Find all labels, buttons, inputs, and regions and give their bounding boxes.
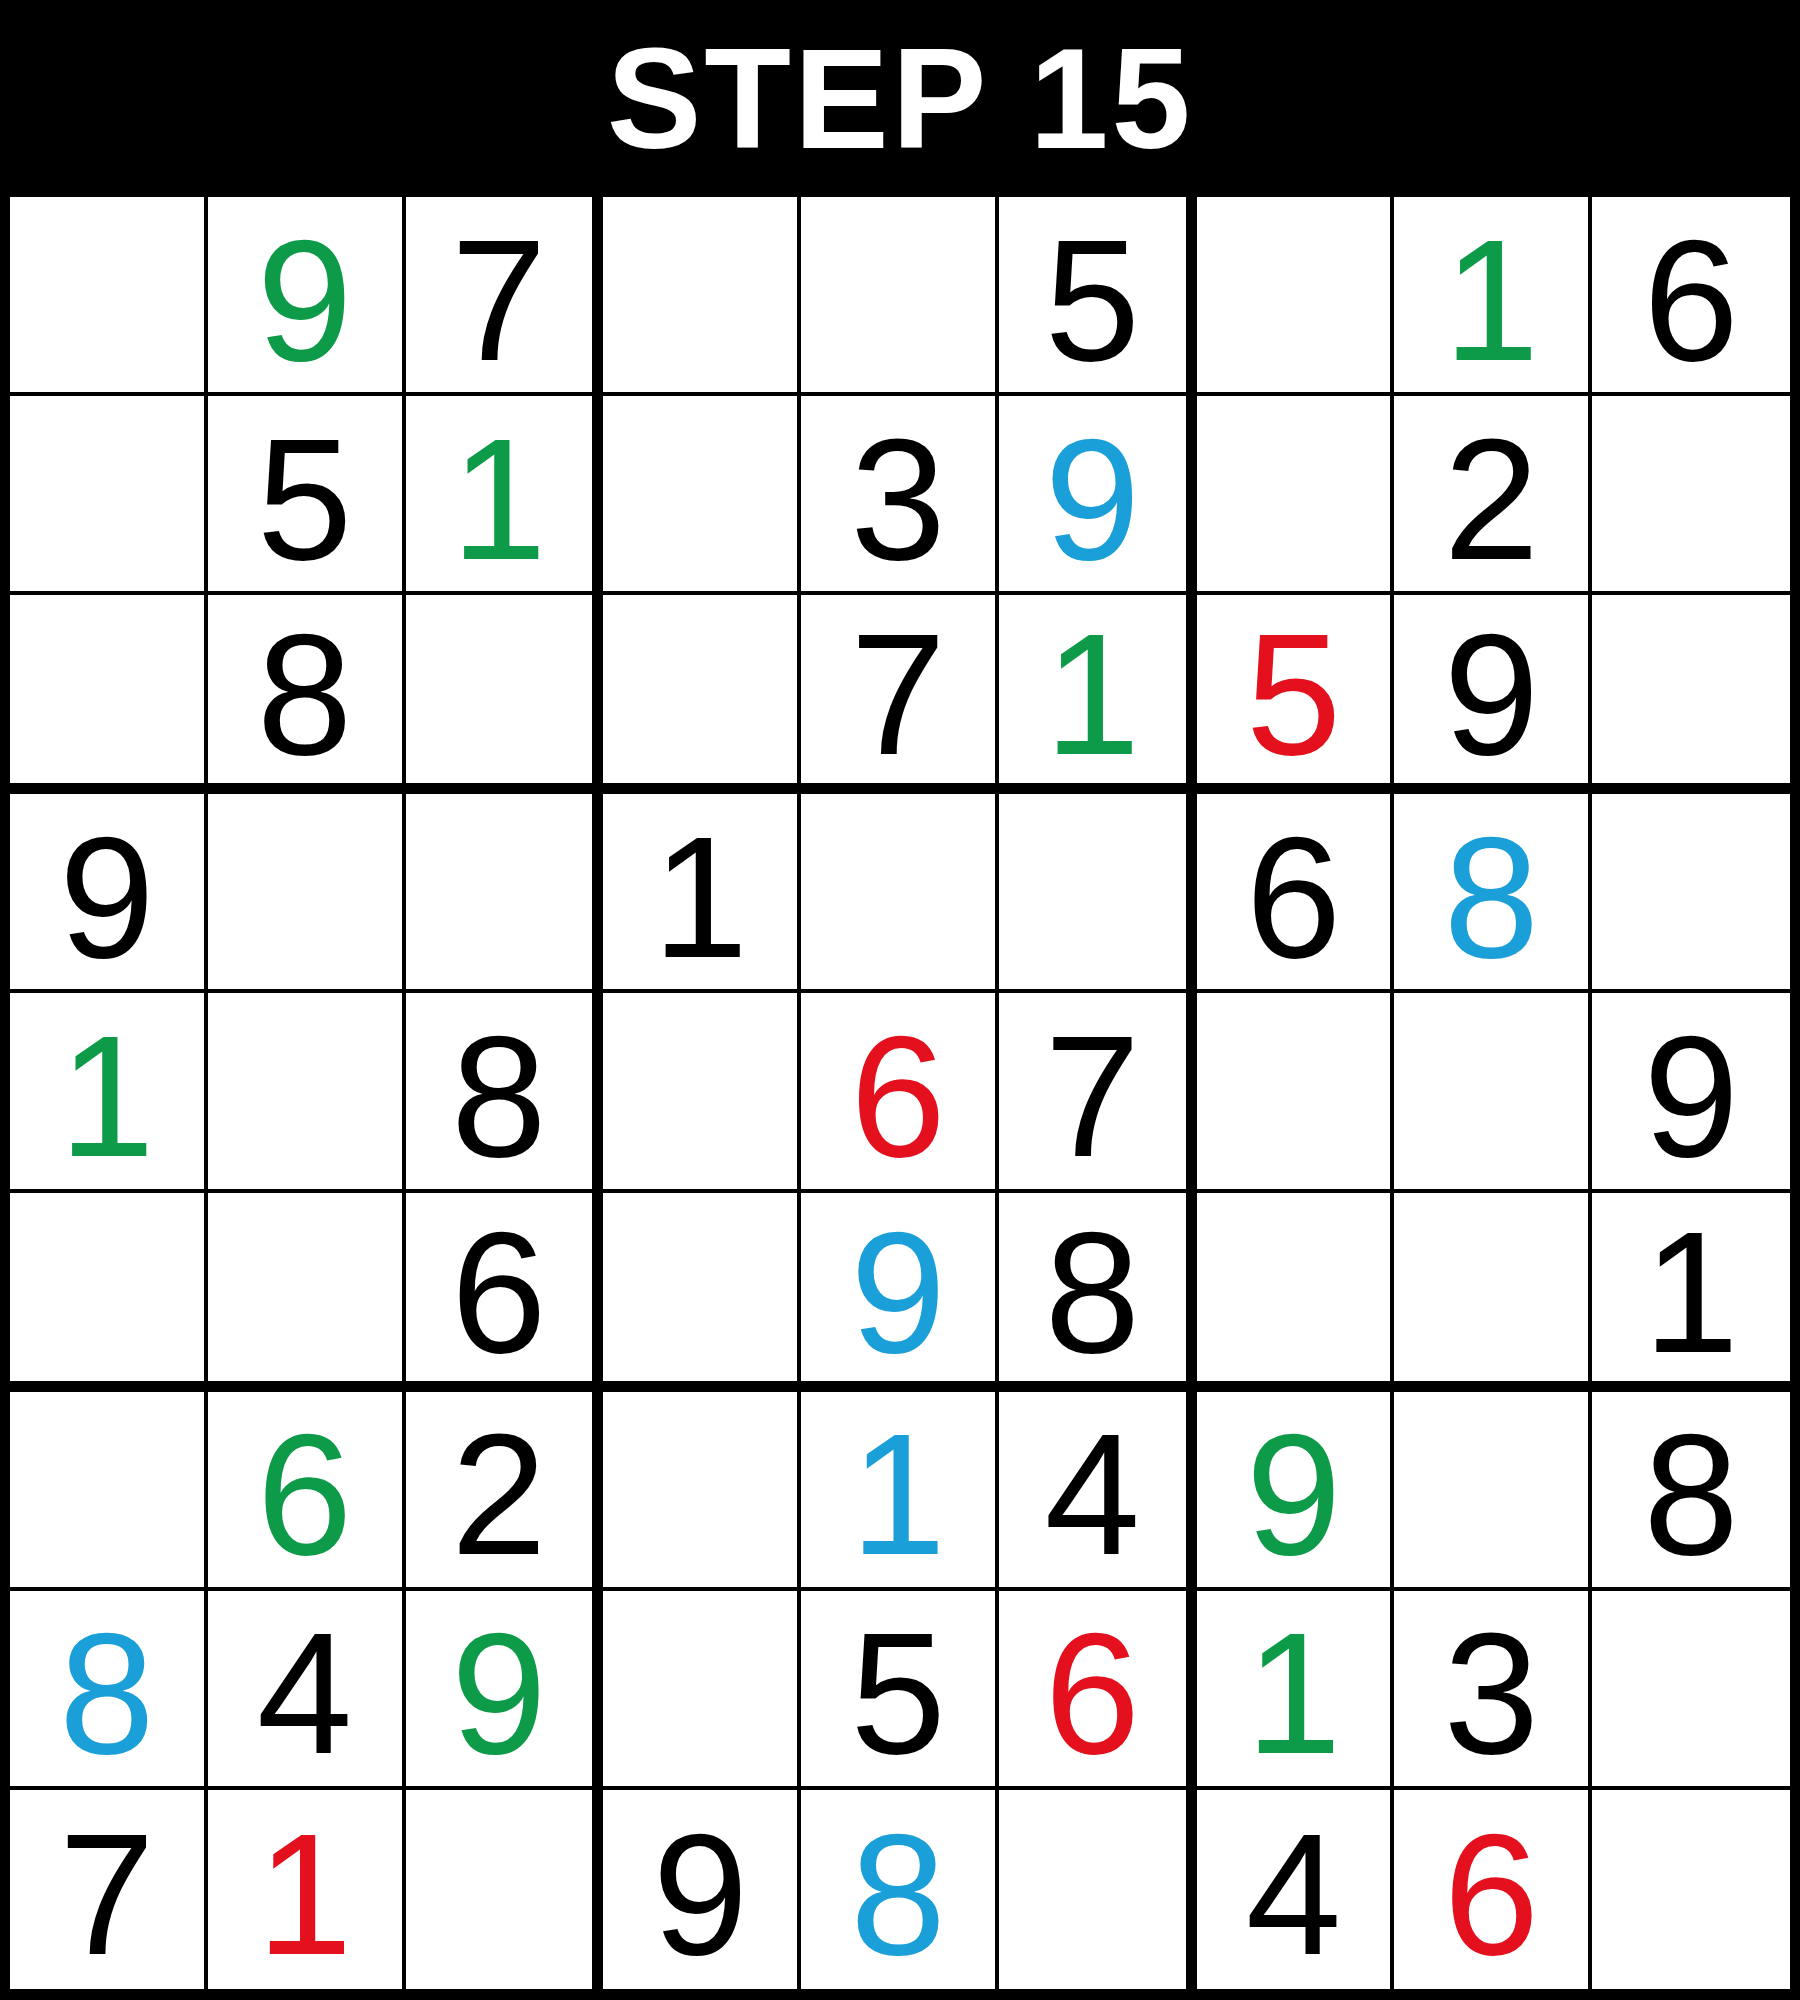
cell-r6c2[interactable] [208, 1193, 406, 1392]
cell-r8c7[interactable]: 1 [1197, 1591, 1395, 1790]
cell-r7c9[interactable]: 8 [1592, 1392, 1790, 1591]
cell-r3c9[interactable] [1592, 595, 1790, 794]
cell-r1c1[interactable] [10, 197, 208, 396]
cell-r7c5[interactable]: 1 [801, 1392, 999, 1591]
cell-r8c4[interactable] [603, 1591, 801, 1790]
cell-r8c9[interactable] [1592, 1591, 1790, 1790]
cell-r9c7[interactable]: 4 [1197, 1790, 1395, 1989]
cell-r7c7[interactable]: 9 [1197, 1392, 1395, 1591]
cell-r5c9[interactable]: 9 [1592, 993, 1790, 1192]
title-bar: STEP 15 [0, 0, 1800, 197]
cell-r6c6[interactable]: 8 [999, 1193, 1197, 1392]
cell-r1c6[interactable]: 5 [999, 197, 1197, 396]
cell-r3c3[interactable] [406, 595, 604, 794]
cell-r1c2[interactable]: 9 [208, 197, 406, 396]
cell-r4c9[interactable] [1592, 794, 1790, 993]
cell-r3c1[interactable] [10, 595, 208, 794]
cell-r2c9[interactable] [1592, 396, 1790, 595]
cell-r3c6[interactable]: 1 [999, 595, 1197, 794]
cell-r3c2[interactable]: 8 [208, 595, 406, 794]
cell-r2c7[interactable] [1197, 396, 1395, 595]
cell-r5c2[interactable] [208, 993, 406, 1192]
cell-r7c6[interactable]: 4 [999, 1392, 1197, 1591]
cell-r4c3[interactable] [406, 794, 604, 993]
cell-r2c4[interactable] [603, 396, 801, 595]
cell-r1c9[interactable]: 6 [1592, 197, 1790, 396]
cell-r5c7[interactable] [1197, 993, 1395, 1192]
cell-r4c7[interactable]: 6 [1197, 794, 1395, 993]
cell-r1c8[interactable]: 1 [1394, 197, 1592, 396]
cell-r4c8[interactable]: 8 [1394, 794, 1592, 993]
cell-r1c3[interactable]: 7 [406, 197, 604, 396]
cell-r5c3[interactable]: 8 [406, 993, 604, 1192]
page-title: STEP 15 [607, 28, 1194, 170]
cell-r5c5[interactable]: 6 [801, 993, 999, 1192]
cell-r6c4[interactable] [603, 1193, 801, 1392]
cell-r8c3[interactable]: 9 [406, 1591, 604, 1790]
cell-r6c5[interactable]: 9 [801, 1193, 999, 1392]
cell-r6c7[interactable] [1197, 1193, 1395, 1392]
cell-r6c1[interactable] [10, 1193, 208, 1392]
cell-r8c2[interactable]: 4 [208, 1591, 406, 1790]
cell-r2c2[interactable]: 5 [208, 396, 406, 595]
cell-r9c2[interactable]: 1 [208, 1790, 406, 1989]
cell-r2c8[interactable]: 2 [1394, 396, 1592, 595]
cell-r4c1[interactable]: 9 [10, 794, 208, 993]
cell-r6c9[interactable]: 1 [1592, 1193, 1790, 1392]
cell-r7c4[interactable] [603, 1392, 801, 1591]
cell-r3c7[interactable]: 5 [1197, 595, 1395, 794]
cell-r3c4[interactable] [603, 595, 801, 794]
cell-r7c2[interactable]: 6 [208, 1392, 406, 1591]
cell-r1c7[interactable] [1197, 197, 1395, 396]
cell-r1c4[interactable] [603, 197, 801, 396]
cell-r4c4[interactable]: 1 [603, 794, 801, 993]
cell-r7c1[interactable] [10, 1392, 208, 1591]
cell-r9c8[interactable]: 6 [1394, 1790, 1592, 1989]
cell-r3c8[interactable]: 9 [1394, 595, 1592, 794]
cell-r5c4[interactable] [603, 993, 801, 1192]
cell-r9c1[interactable]: 7 [10, 1790, 208, 1989]
cell-r8c8[interactable]: 3 [1394, 1591, 1592, 1790]
sudoku-page: STEP 15 97516513928715991681867969816214… [0, 0, 1800, 2000]
cell-r2c5[interactable]: 3 [801, 396, 999, 595]
cell-r4c6[interactable] [999, 794, 1197, 993]
cell-r5c1[interactable]: 1 [10, 993, 208, 1192]
cell-r3c5[interactable]: 7 [801, 595, 999, 794]
cell-r9c6[interactable] [999, 1790, 1197, 1989]
cell-r6c8[interactable] [1394, 1193, 1592, 1392]
cell-r9c3[interactable] [406, 1790, 604, 1989]
cell-r9c9[interactable] [1592, 1790, 1790, 1989]
cell-r4c5[interactable] [801, 794, 999, 993]
cell-r4c2[interactable] [208, 794, 406, 993]
cell-r2c1[interactable] [10, 396, 208, 595]
cell-r8c6[interactable]: 6 [999, 1591, 1197, 1790]
cell-r5c6[interactable]: 7 [999, 993, 1197, 1192]
cell-r8c5[interactable]: 5 [801, 1591, 999, 1790]
cell-r8c1[interactable]: 8 [10, 1591, 208, 1790]
cell-r6c3[interactable]: 6 [406, 1193, 604, 1392]
sudoku-board: 9751651392871599168186796981621498849561… [0, 197, 1800, 2000]
cell-r1c5[interactable] [801, 197, 999, 396]
cell-r5c8[interactable] [1394, 993, 1592, 1192]
cell-r9c5[interactable]: 8 [801, 1790, 999, 1989]
cell-r2c3[interactable]: 1 [406, 396, 604, 595]
cell-r7c3[interactable]: 2 [406, 1392, 604, 1591]
cell-r7c8[interactable] [1394, 1392, 1592, 1591]
cell-r2c6[interactable]: 9 [999, 396, 1197, 595]
cell-r9c4[interactable]: 9 [603, 1790, 801, 1989]
